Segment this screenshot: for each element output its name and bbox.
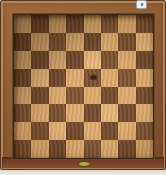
playing-area [13, 14, 154, 159]
square-a4[interactable] [14, 87, 31, 105]
square-b3[interactable] [31, 104, 48, 122]
square-c4[interactable] [49, 87, 66, 105]
square-c6[interactable] [49, 51, 66, 69]
inventory-sticker [136, 0, 147, 9]
square-f5[interactable] [101, 69, 118, 87]
board-grid [14, 15, 153, 158]
square-e6[interactable] [84, 51, 101, 69]
maker-plaque [78, 161, 91, 167]
square-b5[interactable] [31, 69, 48, 87]
square-a3[interactable] [14, 104, 31, 122]
photo-background [0, 170, 166, 175]
square-h6[interactable] [136, 51, 153, 69]
square-c3[interactable] [49, 104, 66, 122]
square-g1[interactable] [118, 140, 135, 158]
square-d6[interactable] [66, 51, 83, 69]
square-h3[interactable] [136, 104, 153, 122]
square-e1[interactable] [84, 140, 101, 158]
square-e7[interactable] [84, 33, 101, 51]
square-d1[interactable] [66, 140, 83, 158]
square-a7[interactable] [14, 33, 31, 51]
square-c5[interactable] [49, 69, 66, 87]
square-d2[interactable] [66, 122, 83, 140]
square-e3[interactable] [84, 104, 101, 122]
square-b6[interactable] [31, 51, 48, 69]
square-c8[interactable] [49, 15, 66, 33]
square-e2[interactable] [84, 122, 101, 140]
square-h2[interactable] [136, 122, 153, 140]
square-a8[interactable] [14, 15, 31, 33]
square-d5[interactable] [66, 69, 83, 87]
square-f8[interactable] [101, 15, 118, 33]
square-b1[interactable] [31, 140, 48, 158]
square-h1[interactable] [136, 140, 153, 158]
square-a6[interactable] [14, 51, 31, 69]
square-b8[interactable] [31, 15, 48, 33]
board-photo [0, 0, 166, 175]
square-d8[interactable] [66, 15, 83, 33]
square-g8[interactable] [118, 15, 135, 33]
square-c2[interactable] [49, 122, 66, 140]
square-c1[interactable] [49, 140, 66, 158]
square-h7[interactable] [136, 33, 153, 51]
square-h8[interactable] [136, 15, 153, 33]
square-a5[interactable] [14, 69, 31, 87]
square-g6[interactable] [118, 51, 135, 69]
square-f7[interactable] [101, 33, 118, 51]
square-f6[interactable] [101, 51, 118, 69]
square-b4[interactable] [31, 87, 48, 105]
square-g5[interactable] [118, 69, 135, 87]
square-f2[interactable] [101, 122, 118, 140]
square-d7[interactable] [66, 33, 83, 51]
square-h4[interactable] [136, 87, 153, 105]
square-a1[interactable] [14, 140, 31, 158]
square-f3[interactable] [101, 104, 118, 122]
square-a2[interactable] [14, 122, 31, 140]
square-f1[interactable] [101, 140, 118, 158]
sticker-mark [140, 3, 144, 6]
square-d4[interactable] [66, 87, 83, 105]
square-f4[interactable] [101, 87, 118, 105]
square-e5[interactable] [84, 69, 101, 87]
square-g3[interactable] [118, 104, 135, 122]
square-c7[interactable] [49, 33, 66, 51]
square-h5[interactable] [136, 69, 153, 87]
square-b7[interactable] [31, 33, 48, 51]
wood-knot [89, 74, 98, 81]
square-e8[interactable] [84, 15, 101, 33]
square-d3[interactable] [66, 104, 83, 122]
square-g2[interactable] [118, 122, 135, 140]
square-g7[interactable] [118, 33, 135, 51]
square-e4[interactable] [84, 87, 101, 105]
square-b2[interactable] [31, 122, 48, 140]
square-g4[interactable] [118, 87, 135, 105]
